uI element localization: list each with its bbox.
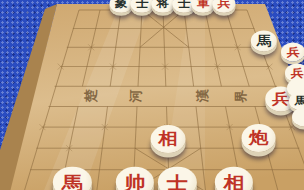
captured-red-soldier-2-glyph: 兵 bbox=[290, 67, 303, 78]
piece-red-elephant-2-glyph: 相 bbox=[223, 174, 244, 190]
piece-red-elephant-1-glyph: 相 bbox=[158, 131, 177, 147]
piece-red-advisor-glyph: 士 bbox=[167, 174, 188, 190]
piece-black-elephant-glyph: 象 bbox=[115, 0, 128, 9]
photo-background: 楚河漢界 象士将士車兵馬兵相炮馬帅士相 兵兵馬 bbox=[0, 0, 304, 190]
piece-red-chariot-glyph: 車 bbox=[197, 0, 210, 9]
piece-red-soldier-1-glyph: 兵 bbox=[218, 0, 231, 9]
piece-black-horse-glyph: 馬 bbox=[257, 34, 272, 46]
piece-black-general-glyph: 将 bbox=[157, 0, 170, 9]
piece-red-horse-glyph: 馬 bbox=[62, 174, 83, 190]
piece-red-soldier-2-glyph: 兵 bbox=[272, 91, 289, 106]
piece-red-general-glyph: 帅 bbox=[124, 174, 145, 190]
svg-text:楚: 楚 bbox=[83, 89, 98, 104]
piece-black-advisor-2-glyph: 士 bbox=[178, 0, 191, 9]
captured-red-soldier-1-glyph: 兵 bbox=[286, 46, 299, 57]
xiangqi-board: 楚河漢界 bbox=[0, 0, 304, 190]
piece-red-cannon-glyph: 炮 bbox=[249, 130, 268, 146]
piece-red-cannon[interactable]: 炮 bbox=[241, 124, 276, 152]
piece-red-elephant-1[interactable]: 相 bbox=[150, 125, 185, 153]
piece-black-advisor-1-glyph: 士 bbox=[136, 0, 149, 9]
svg-text:漢: 漢 bbox=[195, 89, 210, 103]
svg-text:河: 河 bbox=[128, 90, 143, 104]
captured-red-soldier-1[interactable]: 兵 bbox=[281, 42, 304, 61]
svg-text:界: 界 bbox=[233, 90, 248, 104]
captured-black-horse-glyph: 馬 bbox=[294, 95, 304, 106]
